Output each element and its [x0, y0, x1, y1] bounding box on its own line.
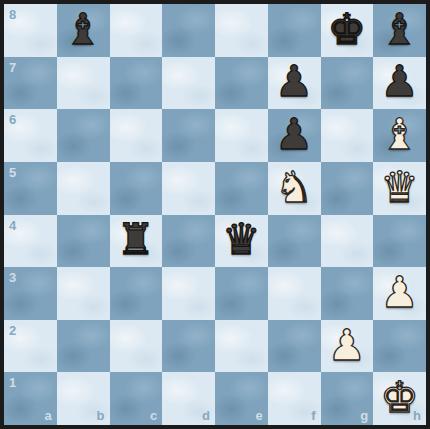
white-king-h1[interactable]: ♚ [380, 376, 419, 419]
square-g4[interactable] [321, 215, 374, 268]
rank-label-3: 3 [9, 271, 16, 284]
square-b1[interactable]: b [57, 372, 110, 425]
square-f4[interactable] [268, 215, 321, 268]
black-pawn-f7[interactable]: ♟ [275, 60, 314, 103]
rank-label-8: 8 [9, 8, 16, 21]
square-h2[interactable] [373, 320, 426, 373]
black-pawn-h7[interactable]: ♟ [380, 60, 419, 103]
square-a1[interactable]: 1a [4, 372, 57, 425]
square-a3[interactable]: 3 [4, 267, 57, 320]
square-d8[interactable] [162, 4, 215, 57]
chess-board: 8♝♚♝7♟♟6♟♝5♞♛4♜♛3♟2♟1abcdefgh♚ [4, 4, 426, 425]
rank-label-4: 4 [9, 219, 16, 232]
square-f5[interactable]: ♞ [268, 162, 321, 215]
file-label-g: g [360, 409, 368, 422]
rank-label-5: 5 [9, 166, 16, 179]
square-c8[interactable] [110, 4, 163, 57]
square-b8[interactable]: ♝ [57, 4, 110, 57]
square-c2[interactable] [110, 320, 163, 373]
file-label-b: b [97, 409, 105, 422]
square-c4[interactable]: ♜ [110, 215, 163, 268]
black-rook-c4[interactable]: ♜ [117, 218, 156, 261]
square-d4[interactable] [162, 215, 215, 268]
square-h4[interactable] [373, 215, 426, 268]
black-bishop-h8[interactable]: ♝ [380, 8, 419, 51]
square-e3[interactable] [215, 267, 268, 320]
square-d5[interactable] [162, 162, 215, 215]
square-d1[interactable]: d [162, 372, 215, 425]
square-h1[interactable]: h♚ [373, 372, 426, 425]
file-label-a: a [45, 409, 52, 422]
square-f3[interactable] [268, 267, 321, 320]
square-g6[interactable] [321, 109, 374, 162]
square-f6[interactable]: ♟ [268, 109, 321, 162]
rank-label-1: 1 [9, 376, 16, 389]
rank-label-7: 7 [9, 61, 16, 74]
rank-label-2: 2 [9, 324, 16, 337]
square-e2[interactable] [215, 320, 268, 373]
square-h5[interactable]: ♛ [373, 162, 426, 215]
square-f2[interactable] [268, 320, 321, 373]
square-a4[interactable]: 4 [4, 215, 57, 268]
white-pawn-h3[interactable]: ♟ [380, 271, 419, 314]
square-a5[interactable]: 5 [4, 162, 57, 215]
white-queen-h5[interactable]: ♛ [380, 166, 419, 209]
square-e1[interactable]: e [215, 372, 268, 425]
square-c7[interactable] [110, 57, 163, 110]
square-c3[interactable] [110, 267, 163, 320]
rank-label-6: 6 [9, 113, 16, 126]
square-a7[interactable]: 7 [4, 57, 57, 110]
square-d6[interactable] [162, 109, 215, 162]
white-bishop-h6[interactable]: ♝ [380, 113, 419, 156]
file-label-d: d [202, 409, 210, 422]
square-a6[interactable]: 6 [4, 109, 57, 162]
black-pawn-f6[interactable]: ♟ [275, 113, 314, 156]
square-h8[interactable]: ♝ [373, 4, 426, 57]
square-g8[interactable]: ♚ [321, 4, 374, 57]
square-d2[interactable] [162, 320, 215, 373]
board-frame: 8♝♚♝7♟♟6♟♝5♞♛4♜♛3♟2♟1abcdefgh♚ [0, 0, 430, 429]
square-c5[interactable] [110, 162, 163, 215]
square-b5[interactable] [57, 162, 110, 215]
file-label-e: e [256, 409, 263, 422]
white-pawn-g2[interactable]: ♟ [328, 324, 367, 367]
square-a8[interactable]: 8 [4, 4, 57, 57]
square-a2[interactable]: 2 [4, 320, 57, 373]
square-g2[interactable]: ♟ [321, 320, 374, 373]
square-g5[interactable] [321, 162, 374, 215]
square-d3[interactable] [162, 267, 215, 320]
square-b2[interactable] [57, 320, 110, 373]
square-e4[interactable]: ♛ [215, 215, 268, 268]
square-g7[interactable] [321, 57, 374, 110]
file-label-c: c [150, 409, 157, 422]
square-e7[interactable] [215, 57, 268, 110]
square-h7[interactable]: ♟ [373, 57, 426, 110]
black-bishop-b8[interactable]: ♝ [64, 8, 103, 51]
white-knight-f5[interactable]: ♞ [275, 166, 314, 209]
square-h3[interactable]: ♟ [373, 267, 426, 320]
square-f8[interactable] [268, 4, 321, 57]
square-g3[interactable] [321, 267, 374, 320]
square-b6[interactable] [57, 109, 110, 162]
black-king-g8[interactable]: ♚ [328, 8, 367, 51]
square-e8[interactable] [215, 4, 268, 57]
square-e5[interactable] [215, 162, 268, 215]
square-g1[interactable]: g [321, 372, 374, 425]
square-b7[interactable] [57, 57, 110, 110]
black-queen-e4[interactable]: ♛ [222, 218, 261, 261]
square-c1[interactable]: c [110, 372, 163, 425]
square-e6[interactable] [215, 109, 268, 162]
square-b3[interactable] [57, 267, 110, 320]
square-c6[interactable] [110, 109, 163, 162]
square-b4[interactable] [57, 215, 110, 268]
square-d7[interactable] [162, 57, 215, 110]
square-f7[interactable]: ♟ [268, 57, 321, 110]
square-h6[interactable]: ♝ [373, 109, 426, 162]
square-f1[interactable]: f [268, 372, 321, 425]
file-label-f: f [311, 409, 315, 422]
